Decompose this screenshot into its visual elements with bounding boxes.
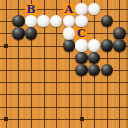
white-stone (63, 27, 75, 39)
grid-line-vertical (119, 0, 120, 128)
grid-line-vertical (6, 0, 7, 128)
grid-line-horizontal (0, 119, 128, 120)
go-problem-screenshot: ABC (0, 0, 128, 128)
board-edge-shadow (126, 0, 128, 128)
grid-line-horizontal (0, 107, 128, 108)
star-point (4, 117, 8, 121)
black-stone (75, 64, 87, 76)
black-stone (113, 39, 125, 51)
black-stone (25, 27, 37, 39)
black-stone (12, 15, 24, 27)
move-label-b[interactable]: B (25, 4, 37, 15)
move-label-a[interactable]: A (63, 4, 75, 15)
grid-line-horizontal (0, 82, 128, 83)
white-stone (75, 39, 87, 51)
go-board[interactable]: ABC (0, 0, 128, 128)
white-stone (75, 3, 87, 15)
black-stone (113, 27, 125, 39)
move-label-c[interactable]: C (75, 28, 87, 39)
black-stone (75, 52, 87, 64)
black-stone (101, 39, 113, 51)
black-stone (12, 27, 24, 39)
white-stone (88, 39, 100, 51)
star-point (80, 117, 84, 121)
white-stone (37, 15, 49, 27)
star-point (4, 44, 8, 48)
black-stone (101, 64, 113, 76)
black-stone (63, 39, 75, 51)
white-stone (75, 15, 87, 27)
grid-line-horizontal (0, 58, 128, 59)
grid-line-horizontal (0, 94, 128, 95)
